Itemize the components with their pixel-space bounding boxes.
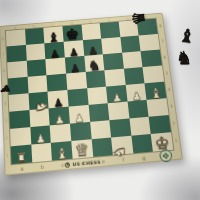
file-label-b: b	[32, 161, 53, 172]
rank-label-6: 6	[0, 62, 8, 79]
square-f6[interactable]	[103, 53, 124, 71]
square-b8[interactable]	[25, 28, 45, 45]
rank-label-8: 8	[156, 18, 166, 34]
square-b2[interactable]: ♟	[30, 125, 51, 144]
piece-white-pawn[interactable]: ♟	[35, 133, 46, 145]
square-g4[interactable]: ♟	[125, 83, 146, 101]
square-a5[interactable]	[8, 77, 28, 95]
square-c4[interactable]: ♟	[48, 90, 69, 108]
square-d5[interactable]	[66, 72, 87, 90]
rank-label-2: 2	[169, 114, 179, 132]
square-d4[interactable]	[67, 88, 88, 106]
square-a3[interactable]	[9, 110, 30, 129]
piece-captured-black-knight[interactable]: ♞	[176, 49, 192, 67]
rank-label-1: 1	[4, 146, 12, 164]
piece-white-bishop[interactable]: ♝	[149, 86, 163, 101]
rank-label-8: 8	[0, 31, 7, 47]
rank-label-3: 3	[166, 97, 176, 115]
square-c6[interactable]	[46, 58, 66, 76]
square-d8[interactable]: ♚	[62, 25, 82, 42]
rank-label-5: 5	[162, 65, 172, 82]
piece-white-pawn[interactable]: ♟	[54, 114, 65, 126]
chess-board: ♝♚♟♟♟♟♞♞♟♟♟♝♟♟♟♜♝♛♞♚ abcdefgh abcdefgh 8…	[0, 13, 183, 176]
square-e3[interactable]	[88, 103, 109, 122]
us-chess-logo-text: US CHESS	[72, 159, 101, 167]
square-a1[interactable]: ♜	[11, 145, 32, 165]
square-d1[interactable]: ♛	[71, 139, 93, 158]
piece-captured-black-bishop[interactable]: ♝	[178, 26, 196, 46]
rank-label-1: 1	[171, 131, 182, 149]
rank-label-3: 3	[2, 112, 10, 130]
square-f7[interactable]	[101, 37, 122, 54]
board-border: ♝♚♟♟♟♟♞♞♟♟♟♝♟♟♟♜♝♛♞♚ abcdefgh abcdefgh 8…	[0, 13, 183, 176]
square-f8[interactable]	[100, 22, 120, 39]
piece-white-pawn[interactable]: ♟	[74, 112, 85, 124]
square-b7[interactable]	[26, 43, 46, 60]
file-label-g: g	[133, 152, 154, 163]
rank-label-7: 7	[0, 47, 7, 63]
square-d3[interactable]: ♟	[68, 105, 89, 124]
square-f1[interactable]: ♞	[111, 136, 133, 155]
rank-label-2: 2	[3, 129, 11, 147]
square-c1[interactable]: ♝	[51, 141, 72, 161]
square-h6[interactable]	[141, 50, 162, 68]
piece-white-knight-fallen[interactable]: ♞	[36, 101, 50, 114]
square-f3[interactable]	[108, 102, 129, 121]
square-g1[interactable]	[131, 134, 153, 153]
rank-label-4: 4	[164, 81, 174, 98]
piece-black-king[interactable]: ♚	[65, 27, 80, 43]
square-h4[interactable]: ♝	[145, 82, 167, 100]
piece-black-knight[interactable]: ♞	[88, 58, 102, 72]
piece-white-pawn[interactable]: ♟	[112, 92, 123, 104]
piece-black-pawn[interactable]: ♟	[70, 63, 81, 74]
piece-black-bishop[interactable]: ♝	[47, 30, 60, 44]
square-b5[interactable]	[27, 75, 47, 93]
piece-black-pawn[interactable]: ♟	[88, 45, 99, 56]
square-c8[interactable]: ♝	[44, 26, 64, 43]
us-chess-logo: ♞ US CHESS	[65, 156, 101, 170]
square-g5[interactable]	[124, 67, 145, 85]
square-e7[interactable]: ♟	[82, 39, 102, 56]
piece-white-pawn[interactable]: ♟	[131, 90, 142, 102]
rank-label-4: 4	[2, 95, 10, 112]
square-b4[interactable]: ♞	[28, 92, 49, 110]
piece-black-pawn[interactable]: ♟	[69, 47, 79, 58]
us-chess-logo-icon: ♞	[65, 162, 71, 168]
rank-label-6: 6	[160, 49, 170, 66]
board-grid: ♝♚♟♟♟♟♞♞♟♟♟♝♟♟♟♜♝♛♞♚	[6, 19, 173, 165]
square-g7[interactable]	[120, 35, 141, 52]
square-g2[interactable]	[129, 117, 151, 136]
square-d6[interactable]: ♟	[65, 56, 86, 74]
piece-white-knight-fallen[interactable]: ♞	[111, 145, 126, 158]
square-a8[interactable]	[6, 29, 26, 46]
square-h2[interactable]	[149, 115, 171, 134]
square-e2[interactable]	[90, 120, 112, 139]
rank-label-7: 7	[158, 33, 168, 49]
square-d2[interactable]	[70, 122, 91, 141]
piece-black-pawn[interactable]: ♟	[53, 97, 64, 109]
table-surface: ♝♚♟♟♟♟♞♞♟♟♟♝♟♟♟♜♝♛♞♚ abcdefgh abcdefgh 8…	[0, 0, 200, 200]
square-f4[interactable]: ♟	[106, 85, 127, 103]
square-a4[interactable]	[9, 93, 29, 111]
square-e6[interactable]: ♞	[84, 54, 105, 72]
square-h1[interactable]: ♚	[151, 132, 173, 151]
square-f5[interactable]	[104, 69, 125, 87]
piece-white-rook[interactable]: ♜	[16, 151, 28, 165]
square-b1[interactable]	[31, 143, 52, 163]
square-h7[interactable]	[139, 34, 160, 51]
square-b6[interactable]	[26, 59, 46, 77]
square-f2[interactable]	[109, 118, 131, 137]
square-a6[interactable]	[7, 61, 27, 79]
square-g6[interactable]	[122, 51, 143, 69]
square-g3[interactable]	[127, 100, 149, 119]
square-e4[interactable]	[87, 87, 108, 105]
piece-fallen-black-queen[interactable]: ♛	[130, 10, 148, 27]
square-c3[interactable]: ♟	[49, 107, 70, 126]
square-c5[interactable]	[47, 74, 68, 92]
square-e8[interactable]	[81, 23, 101, 40]
square-h5[interactable]	[143, 65, 164, 83]
square-a2[interactable]	[10, 127, 31, 146]
square-a7[interactable]	[7, 45, 27, 62]
piece-black-pawn[interactable]: ♟	[50, 49, 60, 60]
square-c2[interactable]	[50, 124, 71, 143]
